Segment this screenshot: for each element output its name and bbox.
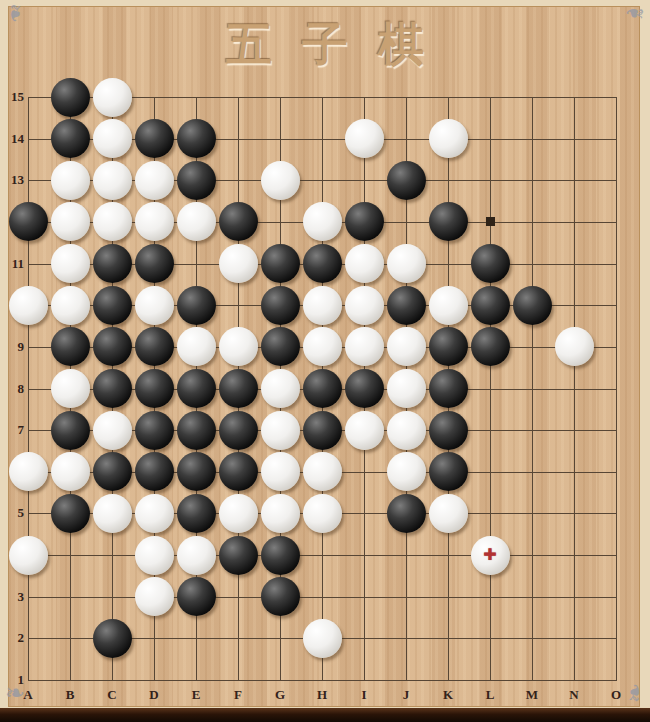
intersection-B3[interactable] xyxy=(49,576,91,618)
intersection-D4[interactable] xyxy=(133,534,175,576)
intersection-I8[interactable] xyxy=(343,368,385,410)
intersection-B9[interactable] xyxy=(49,326,91,368)
intersection-L3[interactable] xyxy=(469,576,511,618)
intersection-N13[interactable] xyxy=(553,159,595,201)
intersection-K11[interactable] xyxy=(427,243,469,285)
intersection-G10[interactable] xyxy=(259,284,301,326)
intersection-N12[interactable] xyxy=(553,201,595,243)
intersection-N1[interactable] xyxy=(553,659,595,701)
intersection-L5[interactable] xyxy=(469,493,511,535)
white-stone-N9 xyxy=(555,327,594,366)
intersection-N11[interactable] xyxy=(553,243,595,285)
black-stone-D9 xyxy=(135,327,174,366)
intersection-L15[interactable] xyxy=(469,76,511,118)
intersection-M10[interactable] xyxy=(511,284,553,326)
intersection-F10[interactable] xyxy=(217,284,259,326)
black-stone-K7 xyxy=(429,411,468,450)
black-stone-F8 xyxy=(219,369,258,408)
intersection-E6[interactable] xyxy=(175,451,217,493)
intersection-G14[interactable] xyxy=(259,118,301,160)
intersection-J3[interactable] xyxy=(385,576,427,618)
white-stone-I11 xyxy=(345,244,384,283)
intersection-N3[interactable] xyxy=(553,576,595,618)
intersection-J7[interactable] xyxy=(385,409,427,451)
intersection-G3[interactable] xyxy=(259,576,301,618)
intersection-C1[interactable] xyxy=(91,659,133,701)
intersection-K4[interactable] xyxy=(427,534,469,576)
intersection-K10[interactable] xyxy=(427,284,469,326)
intersection-A3[interactable] xyxy=(7,576,49,618)
intersection-K14[interactable] xyxy=(427,118,469,160)
intersection-M7[interactable] xyxy=(511,409,553,451)
intersection-C2[interactable] xyxy=(91,618,133,660)
intersection-D3[interactable] xyxy=(133,576,175,618)
black-stone-D7 xyxy=(135,411,174,450)
intersection-I11[interactable] xyxy=(343,243,385,285)
white-stone-J9 xyxy=(387,327,426,366)
intersection-K13[interactable] xyxy=(427,159,469,201)
intersection-I1[interactable] xyxy=(343,659,385,701)
intersection-G11[interactable] xyxy=(259,243,301,285)
black-stone-G3 xyxy=(261,577,300,616)
intersection-M5[interactable] xyxy=(511,493,553,535)
black-stone-E8 xyxy=(177,369,216,408)
intersection-E3[interactable] xyxy=(175,576,217,618)
intersection-I15[interactable] xyxy=(343,76,385,118)
intersection-B1[interactable] xyxy=(49,659,91,701)
intersection-H3[interactable] xyxy=(301,576,343,618)
intersection-F6[interactable] xyxy=(217,451,259,493)
intersection-C8[interactable] xyxy=(91,368,133,410)
black-stone-E3 xyxy=(177,577,216,616)
intersection-L12[interactable] xyxy=(469,201,511,243)
intersection-H9[interactable] xyxy=(301,326,343,368)
intersection-K12[interactable] xyxy=(427,201,469,243)
intersection-J2[interactable] xyxy=(385,618,427,660)
intersection-G7[interactable] xyxy=(259,409,301,451)
intersection-O7[interactable] xyxy=(595,409,637,451)
black-stone-C9 xyxy=(93,327,132,366)
intersection-I5[interactable] xyxy=(343,493,385,535)
intersection-K5[interactable] xyxy=(427,493,469,535)
intersection-H8[interactable] xyxy=(301,368,343,410)
intersection-J12[interactable] xyxy=(385,201,427,243)
star-point-L12 xyxy=(486,217,495,226)
intersection-K8[interactable] xyxy=(427,368,469,410)
intersection-F14[interactable] xyxy=(217,118,259,160)
intersection-K15[interactable] xyxy=(427,76,469,118)
intersection-G15[interactable] xyxy=(259,76,301,118)
intersection-E1[interactable] xyxy=(175,659,217,701)
intersection-F12[interactable] xyxy=(217,201,259,243)
intersection-D10[interactable] xyxy=(133,284,175,326)
intersection-H10[interactable] xyxy=(301,284,343,326)
white-stone-A6 xyxy=(9,452,48,491)
intersection-K7[interactable] xyxy=(427,409,469,451)
intersection-H11[interactable] xyxy=(301,243,343,285)
white-stone-D12 xyxy=(135,202,174,241)
intersection-O12[interactable] xyxy=(595,201,637,243)
intersection-G4[interactable] xyxy=(259,534,301,576)
white-stone-D3 xyxy=(135,577,174,616)
intersection-G5[interactable] xyxy=(259,493,301,535)
intersection-M2[interactable] xyxy=(511,618,553,660)
white-stone-E12 xyxy=(177,202,216,241)
white-stone-H12 xyxy=(303,202,342,241)
intersection-F7[interactable] xyxy=(217,409,259,451)
intersection-D6[interactable] xyxy=(133,451,175,493)
intersection-N5[interactable] xyxy=(553,493,595,535)
intersection-B12[interactable] xyxy=(49,201,91,243)
white-stone-J8 xyxy=(387,369,426,408)
intersection-E12[interactable] xyxy=(175,201,217,243)
intersection-F2[interactable] xyxy=(217,618,259,660)
intersection-A10[interactable] xyxy=(7,284,49,326)
black-stone-J10 xyxy=(387,286,426,325)
black-stone-D6 xyxy=(135,452,174,491)
intersection-L1[interactable] xyxy=(469,659,511,701)
white-stone-G6 xyxy=(261,452,300,491)
intersection-D8[interactable] xyxy=(133,368,175,410)
intersection-E15[interactable] xyxy=(175,76,217,118)
black-stone-L10 xyxy=(471,286,510,325)
intersection-A15[interactable] xyxy=(7,76,49,118)
intersection-M11[interactable] xyxy=(511,243,553,285)
intersection-C6[interactable] xyxy=(91,451,133,493)
intersection-C10[interactable] xyxy=(91,284,133,326)
frame-ornament-bottom-left-icon: ❧ xyxy=(0,678,30,708)
intersection-E7[interactable] xyxy=(175,409,217,451)
black-stone-C8 xyxy=(93,369,132,408)
bottom-edge xyxy=(0,708,650,722)
intersection-H13[interactable] xyxy=(301,159,343,201)
intersection-C11[interactable] xyxy=(91,243,133,285)
white-stone-B11 xyxy=(51,244,90,283)
intersection-C9[interactable] xyxy=(91,326,133,368)
intersection-C7[interactable] xyxy=(91,409,133,451)
white-stone-C12 xyxy=(93,202,132,241)
intersection-J10[interactable] xyxy=(385,284,427,326)
white-stone-C15 xyxy=(93,78,132,117)
intersection-C4[interactable] xyxy=(91,534,133,576)
intersection-F11[interactable] xyxy=(217,243,259,285)
intersection-B10[interactable] xyxy=(49,284,91,326)
intersection-O10[interactable] xyxy=(595,284,637,326)
intersection-K6[interactable] xyxy=(427,451,469,493)
intersection-M14[interactable] xyxy=(511,118,553,160)
intersection-I12[interactable] xyxy=(343,201,385,243)
intersection-H7[interactable] xyxy=(301,409,343,451)
intersection-D5[interactable] xyxy=(133,493,175,535)
intersection-J5[interactable] xyxy=(385,493,427,535)
black-stone-H11 xyxy=(303,244,342,283)
intersection-D12[interactable] xyxy=(133,201,175,243)
intersection-D14[interactable] xyxy=(133,118,175,160)
frame-ornament-top-left-icon: ❧ xyxy=(0,0,30,28)
intersection-A11[interactable] xyxy=(7,243,49,285)
intersection-A9[interactable] xyxy=(7,326,49,368)
intersection-M9[interactable] xyxy=(511,326,553,368)
black-stone-D11 xyxy=(135,244,174,283)
intersection-A6[interactable] xyxy=(7,451,49,493)
black-stone-C6 xyxy=(93,452,132,491)
intersection-N6[interactable] xyxy=(553,451,595,493)
intersection-N15[interactable] xyxy=(553,76,595,118)
intersection-O8[interactable] xyxy=(595,368,637,410)
white-stone-D10 xyxy=(135,286,174,325)
black-stone-K12 xyxy=(429,202,468,241)
intersection-J13[interactable] xyxy=(385,159,427,201)
intersection-N10[interactable] xyxy=(553,284,595,326)
intersection-K9[interactable] xyxy=(427,326,469,368)
intersection-F15[interactable] xyxy=(217,76,259,118)
intersection-I3[interactable] xyxy=(343,576,385,618)
black-stone-D8 xyxy=(135,369,174,408)
black-stone-E10 xyxy=(177,286,216,325)
intersection-I14[interactable] xyxy=(343,118,385,160)
intersection-O15[interactable] xyxy=(595,76,637,118)
intersection-N4[interactable] xyxy=(553,534,595,576)
intersection-A7[interactable] xyxy=(7,409,49,451)
intersection-L2[interactable] xyxy=(469,618,511,660)
intersection-C13[interactable] xyxy=(91,159,133,201)
black-stone-L11 xyxy=(471,244,510,283)
intersection-L14[interactable] xyxy=(469,118,511,160)
intersection-O9[interactable] xyxy=(595,326,637,368)
intersection-B11[interactable] xyxy=(49,243,91,285)
intersection-L11[interactable] xyxy=(469,243,511,285)
intersection-A4[interactable] xyxy=(7,534,49,576)
intersection-G13[interactable] xyxy=(259,159,301,201)
white-stone-G5 xyxy=(261,494,300,533)
intersection-A13[interactable] xyxy=(7,159,49,201)
black-stone-I12 xyxy=(345,202,384,241)
black-stone-B14 xyxy=(51,119,90,158)
black-stone-F6 xyxy=(219,452,258,491)
intersection-L8[interactable] xyxy=(469,368,511,410)
intersection-C5[interactable] xyxy=(91,493,133,535)
intersection-B4[interactable] xyxy=(49,534,91,576)
intersection-H6[interactable] xyxy=(301,451,343,493)
intersection-F8[interactable] xyxy=(217,368,259,410)
intersection-H1[interactable] xyxy=(301,659,343,701)
intersection-I7[interactable] xyxy=(343,409,385,451)
intersection-A2[interactable] xyxy=(7,618,49,660)
intersection-O6[interactable] xyxy=(595,451,637,493)
intersection-A5[interactable] xyxy=(7,493,49,535)
intersection-E14[interactable] xyxy=(175,118,217,160)
white-stone-B6 xyxy=(51,452,90,491)
intersection-O5[interactable] xyxy=(595,493,637,535)
intersection-F5[interactable] xyxy=(217,493,259,535)
intersection-M13[interactable] xyxy=(511,159,553,201)
intersection-N2[interactable] xyxy=(553,618,595,660)
intersection-C3[interactable] xyxy=(91,576,133,618)
intersection-O14[interactable] xyxy=(595,118,637,160)
black-stone-B5 xyxy=(51,494,90,533)
intersection-I4[interactable] xyxy=(343,534,385,576)
black-stone-B9 xyxy=(51,327,90,366)
intersection-E9[interactable] xyxy=(175,326,217,368)
intersection-D9[interactable] xyxy=(133,326,175,368)
intersection-B7[interactable] xyxy=(49,409,91,451)
white-stone-C13 xyxy=(93,161,132,200)
white-stone-G7 xyxy=(261,411,300,450)
intersection-J8[interactable] xyxy=(385,368,427,410)
white-stone-B10 xyxy=(51,286,90,325)
intersection-N9[interactable] xyxy=(553,326,595,368)
intersection-M4[interactable] xyxy=(511,534,553,576)
intersection-B13[interactable] xyxy=(49,159,91,201)
black-stone-K9 xyxy=(429,327,468,366)
black-stone-H8 xyxy=(303,369,342,408)
intersection-H12[interactable] xyxy=(301,201,343,243)
intersection-O3[interactable] xyxy=(595,576,637,618)
intersection-D2[interactable] xyxy=(133,618,175,660)
intersection-L4[interactable]: ✚ xyxy=(469,534,511,576)
intersection-O11[interactable] xyxy=(595,243,637,285)
intersection-L13[interactable] xyxy=(469,159,511,201)
white-stone-D5 xyxy=(135,494,174,533)
intersection-M15[interactable] xyxy=(511,76,553,118)
intersection-O4[interactable] xyxy=(595,534,637,576)
white-stone-D13 xyxy=(135,161,174,200)
intersection-C12[interactable] xyxy=(91,201,133,243)
intersection-D11[interactable] xyxy=(133,243,175,285)
black-stone-F7 xyxy=(219,411,258,450)
intersection-N8[interactable] xyxy=(553,368,595,410)
board-intersections: ✚ xyxy=(7,76,637,701)
intersection-K1[interactable] xyxy=(427,659,469,701)
intersection-F13[interactable] xyxy=(217,159,259,201)
intersection-C14[interactable] xyxy=(91,118,133,160)
black-stone-E13 xyxy=(177,161,216,200)
intersection-H5[interactable] xyxy=(301,493,343,535)
intersection-B2[interactable] xyxy=(49,618,91,660)
black-stone-M10 xyxy=(513,286,552,325)
intersection-L7[interactable] xyxy=(469,409,511,451)
intersection-B14[interactable] xyxy=(49,118,91,160)
intersection-H4[interactable] xyxy=(301,534,343,576)
white-stone-G13 xyxy=(261,161,300,200)
intersection-F9[interactable] xyxy=(217,326,259,368)
black-stone-F12 xyxy=(219,202,258,241)
intersection-M8[interactable] xyxy=(511,368,553,410)
intersection-H2[interactable] xyxy=(301,618,343,660)
black-stone-G9 xyxy=(261,327,300,366)
intersection-I10[interactable] xyxy=(343,284,385,326)
intersection-M12[interactable] xyxy=(511,201,553,243)
white-stone-B12 xyxy=(51,202,90,241)
gomoku-app-window: ❧ ❧ ❧ ❧ 五子棋 151413121110987654321 ABCDEF… xyxy=(0,0,650,722)
intersection-M1[interactable] xyxy=(511,659,553,701)
intersection-G6[interactable] xyxy=(259,451,301,493)
intersection-J4[interactable] xyxy=(385,534,427,576)
intersection-J9[interactable] xyxy=(385,326,427,368)
intersection-F1[interactable] xyxy=(217,659,259,701)
white-stone-A10 xyxy=(9,286,48,325)
intersection-N7[interactable] xyxy=(553,409,595,451)
intersection-J15[interactable] xyxy=(385,76,427,118)
intersection-B5[interactable] xyxy=(49,493,91,535)
black-stone-B7 xyxy=(51,411,90,450)
intersection-G2[interactable] xyxy=(259,618,301,660)
intersection-K2[interactable] xyxy=(427,618,469,660)
intersection-D13[interactable] xyxy=(133,159,175,201)
intersection-E10[interactable] xyxy=(175,284,217,326)
intersection-F4[interactable] xyxy=(217,534,259,576)
intersection-I13[interactable] xyxy=(343,159,385,201)
intersection-E5[interactable] xyxy=(175,493,217,535)
intersection-J11[interactable] xyxy=(385,243,427,285)
intersection-E13[interactable] xyxy=(175,159,217,201)
intersection-G8[interactable] xyxy=(259,368,301,410)
intersection-J6[interactable] xyxy=(385,451,427,493)
intersection-I6[interactable] xyxy=(343,451,385,493)
intersection-L9[interactable] xyxy=(469,326,511,368)
intersection-B6[interactable] xyxy=(49,451,91,493)
black-stone-D14 xyxy=(135,119,174,158)
intersection-N14[interactable] xyxy=(553,118,595,160)
white-stone-F5 xyxy=(219,494,258,533)
white-stone-J6 xyxy=(387,452,426,491)
intersection-L6[interactable] xyxy=(469,451,511,493)
intersection-C15[interactable] xyxy=(91,76,133,118)
intersection-D7[interactable] xyxy=(133,409,175,451)
intersection-F3[interactable] xyxy=(217,576,259,618)
black-stone-C10 xyxy=(93,286,132,325)
intersection-J1[interactable] xyxy=(385,659,427,701)
intersection-M6[interactable] xyxy=(511,451,553,493)
intersection-I9[interactable] xyxy=(343,326,385,368)
intersection-E8[interactable] xyxy=(175,368,217,410)
intersection-B15[interactable] xyxy=(49,76,91,118)
black-stone-K6 xyxy=(429,452,468,491)
intersection-G12[interactable] xyxy=(259,201,301,243)
intersection-A12[interactable] xyxy=(7,201,49,243)
white-stone-H2 xyxy=(303,619,342,658)
intersection-K3[interactable] xyxy=(427,576,469,618)
intersection-D1[interactable] xyxy=(133,659,175,701)
white-stone-B13 xyxy=(51,161,90,200)
intersection-A14[interactable] xyxy=(7,118,49,160)
black-stone-J5 xyxy=(387,494,426,533)
intersection-I2[interactable] xyxy=(343,618,385,660)
white-stone-I7 xyxy=(345,411,384,450)
intersection-O2[interactable] xyxy=(595,618,637,660)
white-stone-E4 xyxy=(177,536,216,575)
intersection-L10[interactable] xyxy=(469,284,511,326)
intersection-E4[interactable] xyxy=(175,534,217,576)
black-stone-E5 xyxy=(177,494,216,533)
intersection-G1[interactable] xyxy=(259,659,301,701)
intersection-A8[interactable] xyxy=(7,368,49,410)
black-stone-F4 xyxy=(219,536,258,575)
intersection-D15[interactable] xyxy=(133,76,175,118)
intersection-H14[interactable] xyxy=(301,118,343,160)
intersection-J14[interactable] xyxy=(385,118,427,160)
white-stone-C14 xyxy=(93,119,132,158)
intersection-H15[interactable] xyxy=(301,76,343,118)
intersection-B8[interactable] xyxy=(49,368,91,410)
intersection-G9[interactable] xyxy=(259,326,301,368)
intersection-E11[interactable] xyxy=(175,243,217,285)
black-stone-G4 xyxy=(261,536,300,575)
white-stone-C5 xyxy=(93,494,132,533)
intersection-M3[interactable] xyxy=(511,576,553,618)
intersection-O13[interactable] xyxy=(595,159,637,201)
intersection-E2[interactable] xyxy=(175,618,217,660)
